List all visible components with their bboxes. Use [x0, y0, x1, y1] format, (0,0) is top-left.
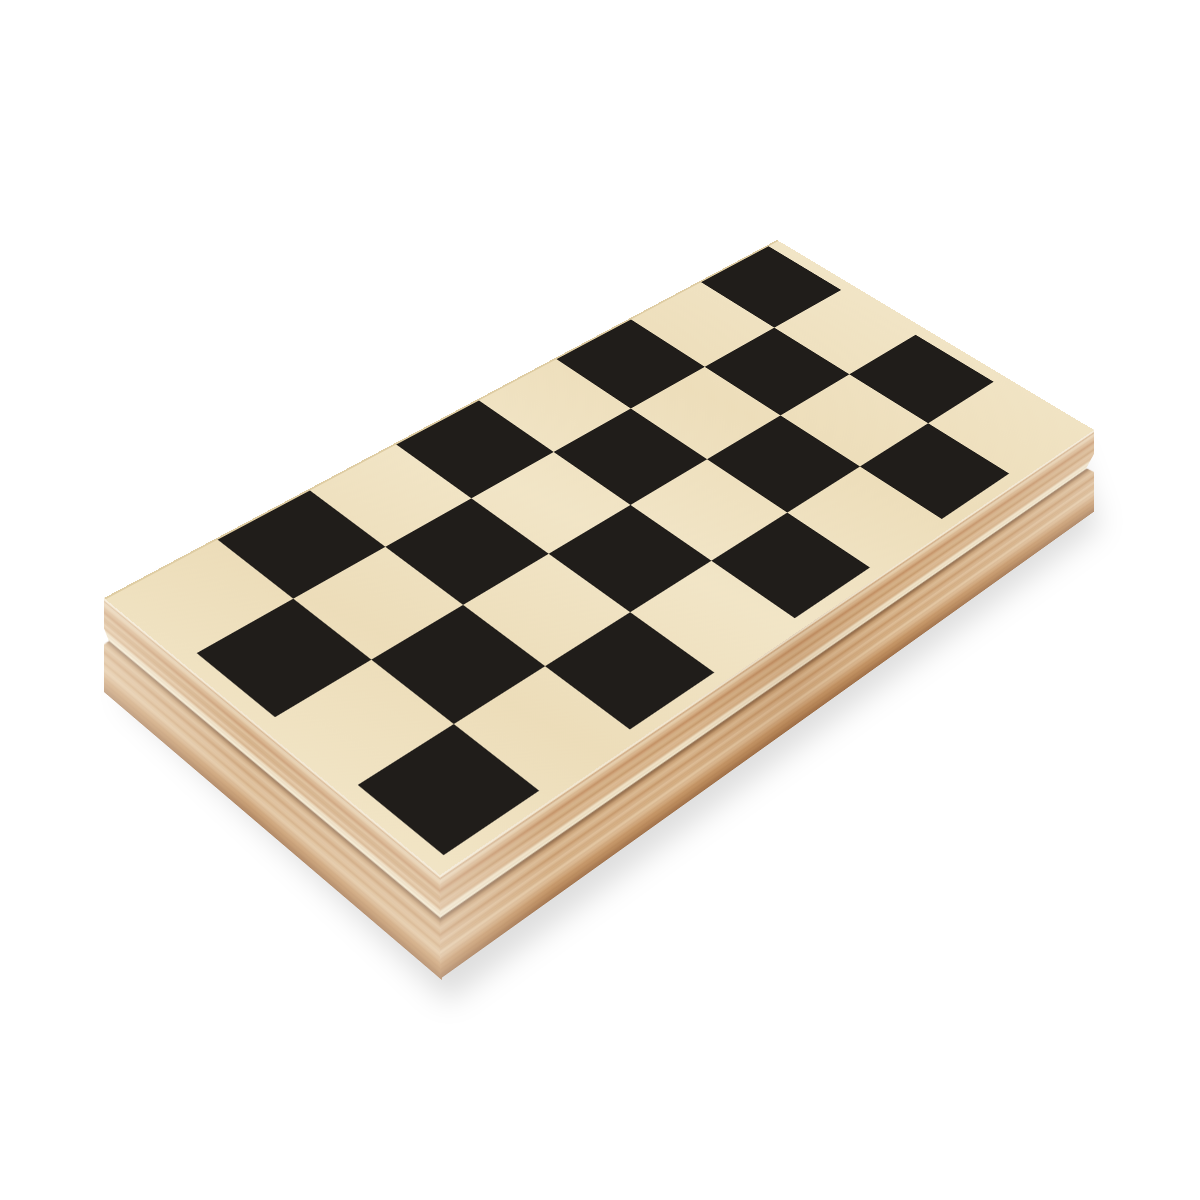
folded-chessboard-product-photo [0, 0, 1200, 1200]
